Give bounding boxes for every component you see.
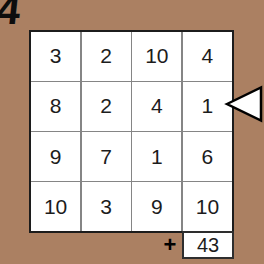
grid-cell-r4c1[interactable]: 10 [31,182,80,231]
grid-cell-r2c3[interactable]: 4 [132,82,181,131]
grid-cell-r4c2[interactable]: 3 [82,182,131,231]
grid-cell-r4c4[interactable]: 10 [183,182,232,231]
grid-cell-r4c3[interactable]: 9 [132,182,181,231]
grid-cell-r1c2[interactable]: 2 [82,32,131,81]
corner-level-label: 4 [0,0,23,31]
grid-cell-r3c1[interactable]: 9 [31,132,80,181]
grid-cell-r1c3[interactable]: 10 [132,32,181,81]
grid-cell-r3c3[interactable]: 1 [132,132,181,181]
sum-value-box: 43 [182,231,234,259]
grid-cell-r2c1[interactable]: 8 [31,82,80,131]
plus-sign: + [160,232,180,258]
row-selector-arrow-icon[interactable] [224,84,264,124]
sum-value: 43 [197,234,219,257]
game-stage: 4 3 2 10 4 8 2 4 1 9 7 1 6 10 3 9 10 + 4… [0,0,264,264]
grid-cell-r3c4[interactable]: 6 [183,132,232,181]
puzzle-grid: 3 2 10 4 8 2 4 1 9 7 1 6 10 3 9 10 [29,30,234,233]
grid-cell-r1c1[interactable]: 3 [31,32,80,81]
grid-cell-r3c2[interactable]: 7 [82,132,131,181]
grid-cell-r1c4[interactable]: 4 [183,32,232,81]
grid-cell-r2c2[interactable]: 2 [82,82,131,131]
